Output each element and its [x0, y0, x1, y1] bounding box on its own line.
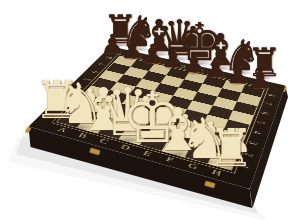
- chess-set-photo: ABCDEFGH ABCDEFGH 87654321 87654321 ♜♞♝♛…: [0, 0, 300, 220]
